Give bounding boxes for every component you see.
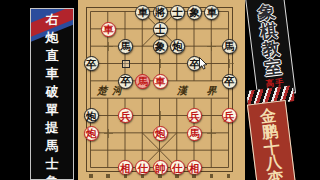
xiangqi-piece-black[interactable]: 馬: [118, 39, 133, 54]
xiangqi-board: 楚河 漢 界 車將士象車車士馬象炮馬卒卒卒馬車卒炮兵兵兵炮炮馬相仕帥仕相: [78, 0, 245, 180]
xiangqi-piece-red[interactable]: 炮: [153, 126, 168, 141]
xiangqi-piece-black[interactable]: 炮: [170, 39, 185, 54]
banner-char: 室: [263, 57, 283, 77]
banner-char: 馬: [46, 137, 59, 155]
banner-char: 炮: [46, 29, 59, 47]
xiangqi-piece-red[interactable]: 炮: [84, 126, 99, 141]
xiangqi-piece-red[interactable]: 兵: [222, 108, 237, 123]
xiangqi-piece-black[interactable]: 卒: [118, 74, 133, 89]
xiangqi-piece-black[interactable]: 車: [204, 5, 219, 20]
banner-char: 右: [46, 11, 59, 29]
xiangqi-piece-black[interactable]: 士: [153, 22, 168, 37]
banner-char: 士: [46, 155, 59, 173]
xiangqi-piece-red[interactable]: 馬: [135, 74, 150, 89]
xiangqi-piece-black[interactable]: 車: [135, 5, 150, 20]
file-coordinate-ticks: [89, 174, 230, 178]
left-banner-text: 右炮直車破單提馬士象局: [31, 9, 73, 176]
series-banner: 金鹏十八变: [247, 100, 296, 180]
xiangqi-piece-red[interactable]: 兵: [187, 108, 202, 123]
board-point-mark: [225, 59, 234, 68]
left-title-banner: 右炮直車破單提馬士象局: [30, 8, 74, 180]
xiangqi-piece-black[interactable]: 士: [170, 5, 185, 20]
xiangqi-piece-red[interactable]: 車: [153, 74, 168, 89]
xiangqi-piece-red[interactable]: 兵: [118, 108, 133, 123]
banner-char: 象: [46, 173, 59, 180]
piece-layer: 車將士象車車士馬象炮馬卒卒卒馬車卒炮兵兵兵炮炮馬相仕帥仕相: [91, 12, 229, 168]
board-point-mark: [156, 111, 165, 120]
xiangqi-piece-red[interactable]: 車: [101, 22, 116, 37]
banner-char: 直: [46, 47, 59, 65]
series-title: 金鹏十八变: [248, 101, 295, 180]
mouse-cursor-icon: [199, 57, 209, 71]
video-thumbnail: 楚河 漢 界 車將士象車車士馬象炮馬卒卒卒馬車卒炮兵兵兵炮炮馬相仕帥仕相 右炮直…: [0, 0, 320, 180]
board-point-mark: [156, 59, 165, 68]
last-move-marker: [122, 60, 130, 68]
channel-banner: 象棋教室 高手 必學: [245, 0, 296, 98]
banner-char: 破: [46, 83, 59, 101]
xiangqi-piece-black[interactable]: 卒: [222, 74, 237, 89]
board-point-mark: [104, 129, 113, 138]
channel-title: 象棋教室: [257, 2, 283, 78]
banner-char: 提: [46, 119, 59, 137]
xiangqi-piece-red[interactable]: 馬: [187, 126, 202, 141]
xiangqi-piece-black[interactable]: 象: [153, 39, 168, 54]
xiangqi-piece-black[interactable]: 炮: [84, 108, 99, 123]
banner-char: 变: [267, 170, 285, 180]
xiangqi-piece-black[interactable]: 馬: [222, 39, 237, 54]
xiangqi-piece-black[interactable]: 將: [153, 5, 168, 20]
xiangqi-piece-black[interactable]: 卒: [84, 56, 99, 71]
banner-char: 車: [46, 65, 59, 83]
board-point-mark: [104, 42, 113, 51]
xiangqi-piece-black[interactable]: 象: [187, 5, 202, 20]
banner-char: 單: [46, 101, 59, 119]
board-point-mark: [207, 129, 216, 138]
board-point-mark: [207, 42, 216, 51]
